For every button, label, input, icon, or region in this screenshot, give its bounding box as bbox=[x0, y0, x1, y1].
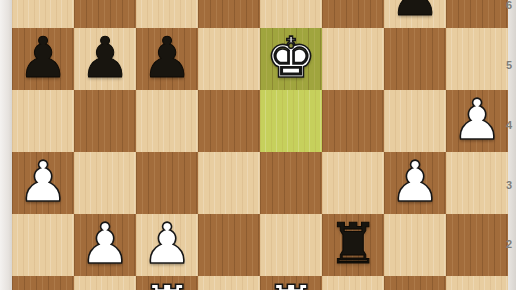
square-a5[interactable]: ♟ bbox=[12, 28, 74, 90]
black-pawn[interactable]: ♟ bbox=[80, 27, 130, 89]
square-h3[interactable] bbox=[446, 152, 508, 214]
square-d4[interactable] bbox=[198, 90, 260, 152]
square-h6[interactable] bbox=[446, 0, 508, 28]
rank-coordinates-rail: 6 5 4 3 2 bbox=[508, 0, 516, 290]
square-e1[interactable]: ♜ bbox=[260, 276, 322, 290]
square-f4[interactable] bbox=[322, 90, 384, 152]
square-d2[interactable] bbox=[198, 214, 260, 276]
white-rook[interactable]: ♜ bbox=[142, 275, 192, 290]
square-d3[interactable] bbox=[198, 152, 260, 214]
square-c6[interactable] bbox=[136, 0, 198, 28]
white-pawn[interactable]: ♟ bbox=[390, 151, 440, 213]
white-rook[interactable]: ♜ bbox=[266, 275, 316, 290]
square-b5[interactable]: ♟ bbox=[74, 28, 136, 90]
square-h4[interactable]: ♟ bbox=[446, 90, 508, 152]
square-g5[interactable] bbox=[384, 28, 446, 90]
square-g3[interactable]: ♟ bbox=[384, 152, 446, 214]
square-a3[interactable]: ♟ bbox=[12, 152, 74, 214]
black-rook[interactable]: ♜ bbox=[328, 213, 378, 275]
square-b2[interactable]: ♟ bbox=[74, 214, 136, 276]
square-d1[interactable] bbox=[198, 276, 260, 290]
square-a2[interactable] bbox=[12, 214, 74, 276]
rank-label-2: 2 bbox=[506, 237, 516, 251]
square-h5[interactable] bbox=[446, 28, 508, 90]
square-b1[interactable] bbox=[74, 276, 136, 290]
white-pawn[interactable]: ♟ bbox=[80, 213, 130, 275]
rank-label-4: 4 bbox=[506, 118, 516, 132]
square-e5[interactable]: ♚ bbox=[260, 28, 322, 90]
square-a1[interactable] bbox=[12, 276, 74, 290]
square-c3[interactable] bbox=[136, 152, 198, 214]
rank-label-3: 3 bbox=[506, 178, 516, 192]
square-b4[interactable] bbox=[74, 90, 136, 152]
rank-label-6: 6 bbox=[506, 0, 516, 12]
white-pawn[interactable]: ♟ bbox=[142, 213, 192, 275]
square-c2[interactable]: ♟ bbox=[136, 214, 198, 276]
square-f1[interactable] bbox=[322, 276, 384, 290]
rank-label-5: 5 bbox=[506, 58, 516, 72]
square-h2[interactable] bbox=[446, 214, 508, 276]
square-b6[interactable] bbox=[74, 0, 136, 28]
black-pawn[interactable]: ♟ bbox=[18, 27, 68, 89]
square-f6[interactable] bbox=[322, 0, 384, 28]
black-pawn[interactable]: ♟ bbox=[390, 0, 440, 27]
square-e4[interactable] bbox=[260, 90, 322, 152]
square-e3[interactable] bbox=[260, 152, 322, 214]
square-g6[interactable]: ♟ bbox=[384, 0, 446, 28]
square-c4[interactable] bbox=[136, 90, 198, 152]
square-c1[interactable]: ♜ bbox=[136, 276, 198, 290]
square-d6[interactable] bbox=[198, 0, 260, 28]
square-e2[interactable] bbox=[260, 214, 322, 276]
chess-app-screen: ♟♟♟♟♚♟♟♟♟♟♜♜♜ 6 5 4 3 2 bbox=[0, 0, 516, 290]
square-c5[interactable]: ♟ bbox=[136, 28, 198, 90]
square-h1[interactable] bbox=[446, 276, 508, 290]
left-margin-rail bbox=[0, 0, 12, 290]
square-g4[interactable] bbox=[384, 90, 446, 152]
square-d5[interactable] bbox=[198, 28, 260, 90]
black-pawn[interactable]: ♟ bbox=[142, 27, 192, 89]
square-g2[interactable] bbox=[384, 214, 446, 276]
white-pawn[interactable]: ♟ bbox=[452, 89, 502, 151]
square-g1[interactable] bbox=[384, 276, 446, 290]
white-pawn[interactable]: ♟ bbox=[18, 151, 68, 213]
square-f3[interactable] bbox=[322, 152, 384, 214]
square-b3[interactable] bbox=[74, 152, 136, 214]
square-f5[interactable] bbox=[322, 28, 384, 90]
square-f2[interactable]: ♜ bbox=[322, 214, 384, 276]
chess-board: ♟♟♟♟♚♟♟♟♟♟♜♜♜ bbox=[12, 0, 508, 290]
square-e6[interactable] bbox=[260, 0, 322, 28]
board-viewport: ♟♟♟♟♚♟♟♟♟♟♜♜♜ bbox=[12, 0, 508, 290]
white-king[interactable]: ♚ bbox=[266, 27, 316, 89]
square-a6[interactable] bbox=[12, 0, 74, 28]
square-a4[interactable] bbox=[12, 90, 74, 152]
